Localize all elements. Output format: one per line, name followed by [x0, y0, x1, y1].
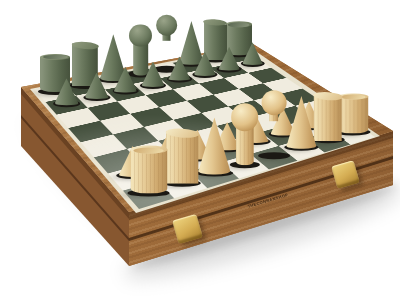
cone	[55, 78, 79, 105]
cone	[219, 47, 240, 71]
piece-black-pawn	[219, 47, 240, 71]
piece-black-pawn	[169, 56, 191, 81]
king-cone	[260, 119, 288, 157]
cone	[287, 96, 316, 149]
piece-black-pawn	[114, 67, 137, 93]
piece-white-bishop	[199, 118, 231, 175]
cone	[114, 67, 137, 93]
cone	[242, 42, 262, 65]
piece-white-knight	[166, 129, 199, 184]
pieces-layer	[0, 0, 400, 300]
cylinder-rim	[228, 23, 249, 27]
cone	[142, 62, 164, 87]
cylinder-rim	[340, 94, 365, 99]
cylinder-rim	[43, 55, 68, 60]
piece-white-bishop	[287, 96, 316, 149]
king-sphere	[156, 15, 177, 35]
cone	[194, 52, 215, 76]
chess-set-product-photo: THECONRANSHOP	[0, 0, 400, 300]
cone	[169, 56, 191, 81]
piece-white-knight	[313, 93, 342, 142]
queen-sphere	[129, 24, 151, 47]
cone	[199, 118, 231, 175]
piece-white-rook	[130, 145, 167, 194]
piece-black-pawn	[194, 52, 215, 76]
piece-black-pawn	[242, 42, 262, 65]
king-sphere	[261, 91, 286, 116]
piece-black-pawn	[55, 78, 79, 105]
cylinder-body	[130, 150, 167, 194]
cone	[85, 72, 108, 98]
piece-white-king	[260, 91, 288, 158]
piece-black-pawn	[85, 72, 108, 98]
piece-white-queen	[232, 103, 258, 166]
piece-black-pawn	[142, 62, 164, 87]
queen-cylinder	[236, 126, 254, 166]
queen-sphere	[231, 103, 258, 131]
